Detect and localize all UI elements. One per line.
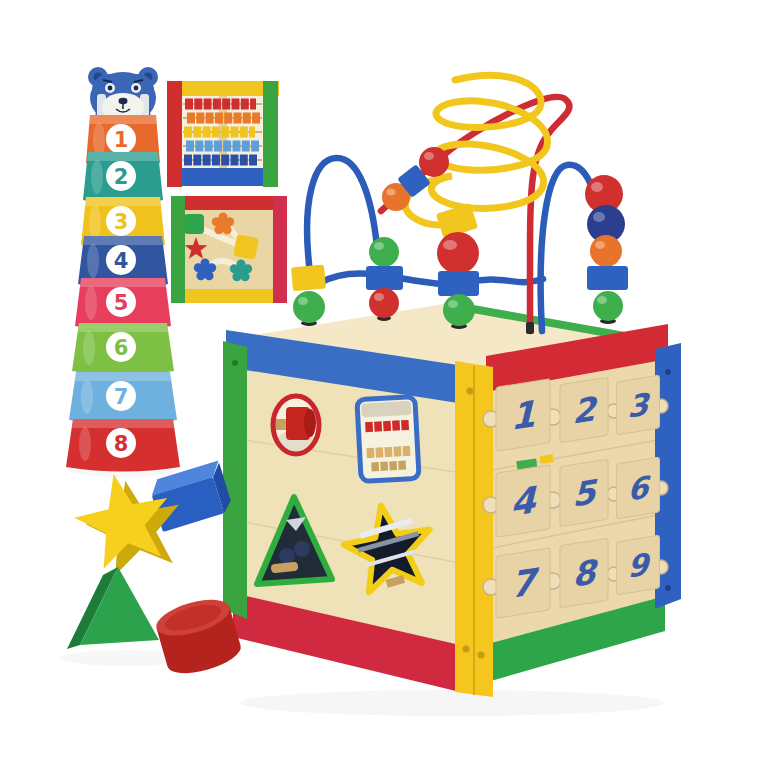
abacus-frame-left bbox=[167, 81, 182, 187]
puzzle-frame-left bbox=[171, 196, 185, 303]
maze-wire-horizontal bbox=[320, 274, 543, 284]
post-left bbox=[223, 341, 247, 619]
abacus-frame-top bbox=[167, 81, 279, 96]
number-block: 2 bbox=[560, 377, 608, 443]
number-block: 4 bbox=[496, 465, 550, 538]
number-block: 9 bbox=[617, 535, 660, 595]
number-block: 5 bbox=[560, 459, 608, 527]
svg-text:3: 3 bbox=[628, 386, 651, 424]
svg-text:2: 2 bbox=[573, 389, 599, 432]
loose-blocks bbox=[67, 461, 244, 680]
stacking-cup-6: 6 bbox=[72, 323, 174, 376]
number-block: 8 bbox=[560, 538, 608, 608]
cup-number: 2 bbox=[114, 165, 129, 189]
bear-eye-icon bbox=[108, 86, 113, 91]
maze-bead-stack-2 bbox=[366, 237, 403, 318]
stacking-cup-2: 2 bbox=[83, 152, 163, 205]
maze-bead-stack-right bbox=[585, 175, 628, 321]
stacking-cup-5: 5 bbox=[75, 278, 171, 331]
bear-eye-icon bbox=[134, 86, 139, 91]
cup-number: 1 bbox=[114, 128, 129, 152]
puzzle-frame-right bbox=[273, 196, 287, 303]
maze-bead-stack-left bbox=[291, 265, 326, 323]
puzzle-green-square bbox=[184, 214, 204, 234]
stacking-cup-8: 8 bbox=[66, 419, 180, 472]
cup-number: 3 bbox=[114, 210, 129, 234]
puzzle-yellow-square bbox=[233, 234, 258, 259]
svg-text:8: 8 bbox=[573, 552, 599, 595]
number-block: 3 bbox=[617, 375, 660, 435]
abacus-frame-bottom bbox=[180, 168, 265, 186]
number-block: 7 bbox=[496, 548, 550, 619]
number-block: 6 bbox=[617, 457, 660, 519]
maze-wire-left-arch bbox=[307, 158, 377, 273]
cup-number: 6 bbox=[114, 336, 129, 360]
svg-text:1: 1 bbox=[510, 392, 535, 439]
cup-number: 5 bbox=[114, 291, 129, 315]
svg-text:4: 4 bbox=[510, 478, 537, 525]
shape-slide-puzzle bbox=[171, 196, 287, 303]
green-triangle-block bbox=[67, 567, 159, 649]
sorter-hole-square bbox=[357, 397, 419, 482]
puzzle-frame-bottom bbox=[176, 289, 273, 303]
svg-text:9: 9 bbox=[628, 546, 652, 585]
product-photo: 1 2 3 4 bbox=[0, 0, 768, 768]
number-block: 1 bbox=[496, 379, 550, 452]
cup-number: 4 bbox=[114, 249, 129, 273]
svg-text:6: 6 bbox=[628, 469, 652, 508]
puzzle-frame-top bbox=[171, 196, 287, 210]
stacking-cup-7: 7 bbox=[69, 372, 177, 425]
svg-text:7: 7 bbox=[510, 560, 539, 607]
stacking-cups-tower: 1 2 3 4 bbox=[66, 67, 180, 472]
cup-number: 7 bbox=[114, 385, 129, 409]
number-blocks-grid: 1 2 3 4 5 6 7 bbox=[496, 375, 660, 618]
cup-number: 8 bbox=[114, 432, 129, 456]
activity-cube: 1 2 3 4 5 6 7 bbox=[223, 75, 681, 697]
mini-abacus bbox=[167, 81, 279, 187]
bead-maze bbox=[291, 75, 628, 334]
svg-text:5: 5 bbox=[573, 472, 599, 515]
abacus-frame-right bbox=[263, 81, 278, 187]
scene: 1 2 3 4 bbox=[0, 0, 768, 768]
sorter-hole-circle bbox=[272, 396, 319, 454]
